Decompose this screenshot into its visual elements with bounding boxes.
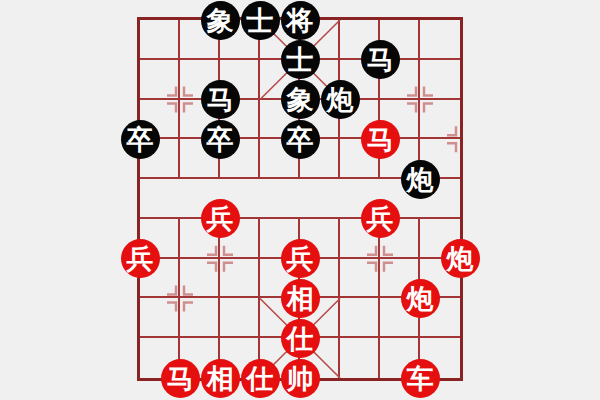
piece-red-advisor[interactable]: 仕 [241, 359, 280, 398]
board-cell [420, 20, 460, 60]
board-cell [340, 338, 380, 378]
board-cell [220, 259, 260, 299]
board-cell [340, 298, 380, 338]
piece-black-advisor[interactable]: 士 [281, 40, 320, 79]
piece-red-horse[interactable]: 马 [161, 359, 200, 398]
board-cell [140, 60, 180, 100]
piece-black-advisor[interactable]: 士 [241, 1, 280, 40]
board-cell [340, 259, 380, 299]
board-cell [220, 298, 260, 338]
piece-red-advisor[interactable]: 仕 [281, 319, 320, 358]
piece-black-cannon[interactable]: 炮 [401, 160, 440, 199]
board-cell [140, 298, 180, 338]
piece-red-cannon[interactable]: 炮 [441, 239, 480, 278]
board-cell [180, 298, 220, 338]
piece-red-chariot[interactable]: 车 [401, 359, 440, 398]
piece-red-general[interactable]: 帅 [281, 359, 320, 398]
piece-red-soldier[interactable]: 兵 [121, 239, 160, 278]
board-cell [420, 60, 460, 100]
piece-red-horse[interactable]: 马 [361, 120, 400, 159]
river-cell [260, 179, 300, 219]
river-cell [300, 179, 340, 219]
piece-red-elephant[interactable]: 相 [281, 279, 320, 318]
board-cell [180, 259, 220, 299]
piece-black-elephant[interactable]: 象 [281, 80, 320, 119]
piece-red-soldier[interactable]: 兵 [281, 239, 320, 278]
piece-red-elephant[interactable]: 相 [201, 359, 240, 398]
piece-red-soldier[interactable]: 兵 [361, 199, 400, 238]
piece-black-soldier[interactable]: 卒 [201, 120, 240, 159]
piece-black-soldier[interactable]: 卒 [121, 120, 160, 159]
piece-red-cannon[interactable]: 炮 [401, 279, 440, 318]
board-cell [420, 100, 460, 140]
piece-black-general[interactable]: 将 [281, 1, 320, 40]
board-cell [140, 20, 180, 60]
piece-black-elephant[interactable]: 象 [201, 1, 240, 40]
piece-black-soldier[interactable]: 卒 [281, 120, 320, 159]
piece-red-soldier[interactable]: 兵 [201, 199, 240, 238]
xiangqi-app: 象士将士马马象炮卒卒卒马炮兵兵兵兵炮相炮仕马相仕帅车 [0, 0, 600, 400]
piece-black-horse[interactable]: 马 [361, 40, 400, 79]
river-cell [140, 179, 180, 219]
piece-black-horse[interactable]: 马 [201, 80, 240, 119]
piece-black-cannon[interactable]: 炮 [321, 80, 360, 119]
